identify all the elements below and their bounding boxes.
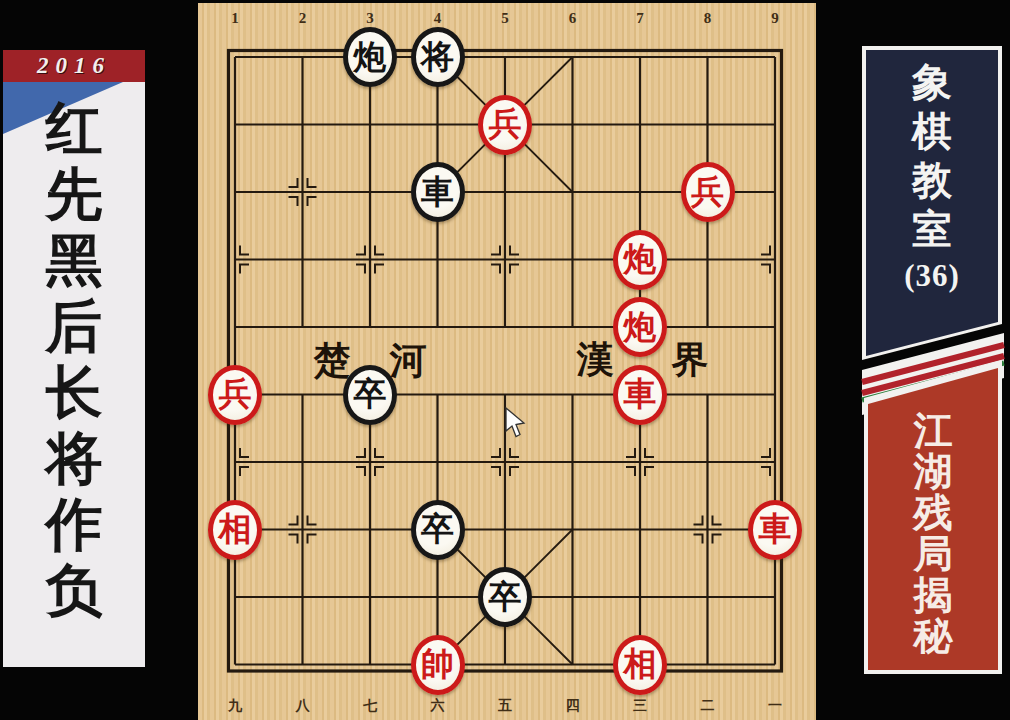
file-label-bottom: 八 — [296, 697, 310, 715]
vertical-text-char: 湖 — [914, 451, 953, 492]
red-general[interactable]: 帥 — [411, 635, 465, 695]
red-chariot[interactable]: 車 — [613, 365, 667, 425]
vertical-text-char: 局 — [914, 533, 953, 574]
file-label-top: 9 — [771, 10, 779, 27]
mouse-cursor — [504, 407, 528, 439]
file-label-top: 6 — [569, 10, 577, 27]
file-label-top: 4 — [434, 10, 442, 27]
file-label-bottom: 三 — [633, 697, 647, 715]
black-soldier[interactable]: 卒 — [343, 365, 397, 425]
red-cannon[interactable]: 炮 — [613, 230, 667, 290]
black-general[interactable]: 将 — [411, 27, 465, 87]
river-label-char: 河 — [390, 336, 427, 386]
red-cannon[interactable]: 炮 — [613, 297, 667, 357]
file-label-bottom: 五 — [498, 697, 512, 715]
vertical-text-char: 象 — [912, 58, 952, 107]
red-chariot[interactable]: 車 — [748, 500, 802, 560]
red-soldier[interactable]: 兵 — [208, 365, 262, 425]
red-soldier[interactable]: 兵 — [478, 95, 532, 155]
vertical-text-char: 教 — [912, 156, 952, 205]
vertical-text-char: 残 — [914, 492, 953, 533]
file-label-bottom: 四 — [566, 697, 580, 715]
black-chariot[interactable]: 車 — [411, 162, 465, 222]
file-label-bottom: 七 — [363, 697, 377, 715]
vertical-text-char: 揭 — [914, 574, 953, 615]
river-label-char: 界 — [672, 335, 709, 385]
file-label-top: 7 — [636, 10, 644, 27]
series-title-panel: 江湖残局揭秘 — [864, 360, 1002, 674]
series-title-text: 江湖残局揭秘 — [868, 364, 998, 670]
river-label-char: 楚 — [314, 336, 351, 386]
episode-number: (36) — [904, 258, 960, 294]
file-label-top: 8 — [704, 10, 712, 27]
file-label-bottom: 二 — [701, 697, 715, 715]
black-soldier[interactable]: 卒 — [411, 500, 465, 560]
file-label-bottom: 一 — [768, 697, 782, 715]
file-label-bottom: 九 — [228, 697, 242, 715]
river-label-char: 漢 — [577, 335, 614, 385]
vertical-text-char: 江 — [914, 410, 953, 451]
file-label-top: 5 — [501, 10, 509, 27]
vertical-text-char: 棋 — [912, 107, 952, 156]
red-soldier[interactable]: 兵 — [681, 162, 735, 222]
channel-title-text: 象棋教室(36) — [866, 50, 998, 356]
vertical-text-char: 秘 — [914, 615, 953, 656]
file-label-top: 1 — [231, 10, 239, 27]
red-elephant[interactable]: 相 — [613, 635, 667, 695]
channel-title-panel: 象棋教室(36) — [862, 46, 1002, 360]
video-frame: 2016 红先黑后长将作负 123456789 九八七六五四三二一 楚河漢界 炮… — [0, 0, 1010, 720]
file-label-top: 2 — [299, 10, 307, 27]
file-label-top: 3 — [366, 10, 374, 27]
red-elephant[interactable]: 相 — [208, 500, 262, 560]
black-soldier[interactable]: 卒 — [478, 567, 532, 627]
file-label-bottom: 六 — [431, 697, 445, 715]
black-cannon[interactable]: 炮 — [343, 27, 397, 87]
vertical-text-char: 室 — [912, 205, 952, 254]
